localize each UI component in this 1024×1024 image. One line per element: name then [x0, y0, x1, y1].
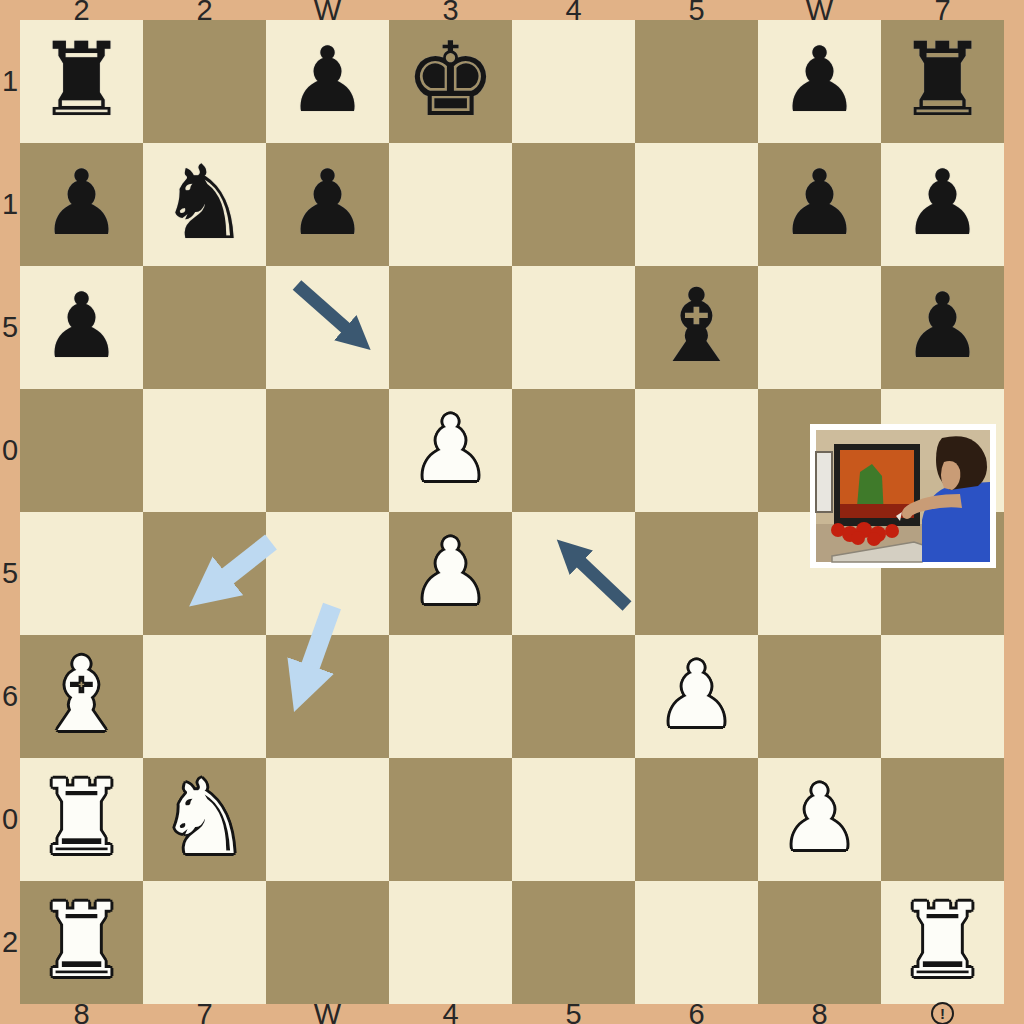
- square-r3c2[interactable]: [143, 266, 266, 389]
- bottom-label-4: 4: [389, 1002, 512, 1024]
- bottom-label-7: 8: [758, 1002, 881, 1024]
- white-rook-piece: ♜: [36, 890, 127, 992]
- square-r5c4[interactable]: ♟: [389, 512, 512, 635]
- white-pawn-piece: ♟: [656, 650, 737, 740]
- bottom-label-6: 6: [635, 1002, 758, 1024]
- square-r8c2[interactable]: [143, 881, 266, 1004]
- bottom-label-8: !: [881, 1002, 1004, 1024]
- square-r5c3[interactable]: [266, 512, 389, 635]
- square-r3c8[interactable]: ♟: [881, 266, 1004, 389]
- square-r7c4[interactable]: [389, 758, 512, 881]
- top-label-7: W: [758, 0, 881, 20]
- square-r4c8[interactable]: [881, 389, 1004, 512]
- square-r5c2[interactable]: [143, 512, 266, 635]
- left-coordinate-labels: 11505602: [0, 20, 20, 1004]
- square-r6c2[interactable]: [143, 635, 266, 758]
- square-r3c6[interactable]: ♝: [635, 266, 758, 389]
- square-r4c2[interactable]: [143, 389, 266, 512]
- black-pawn-piece: ♟: [779, 158, 860, 248]
- square-r4c7[interactable]: [758, 389, 881, 512]
- square-r2c3[interactable]: ♟: [266, 143, 389, 266]
- bottom-coordinate-labels: 87W4568!: [20, 1002, 1004, 1022]
- white-rook-piece: ♜: [36, 767, 127, 869]
- square-r8c1[interactable]: ♜: [20, 881, 143, 1004]
- square-r7c6[interactable]: [635, 758, 758, 881]
- square-r8c3[interactable]: [266, 881, 389, 1004]
- square-r1c4[interactable]: ♚: [389, 20, 512, 143]
- circled-exclamation-label: !: [931, 1002, 954, 1024]
- bottom-label-1: 8: [20, 1002, 143, 1024]
- black-bishop-piece: ♝: [651, 275, 742, 377]
- square-r1c7[interactable]: ♟: [758, 20, 881, 143]
- top-label-4: 3: [389, 0, 512, 20]
- square-r8c7[interactable]: [758, 881, 881, 1004]
- square-r1c3[interactable]: ♟: [266, 20, 389, 143]
- square-r6c1[interactable]: ♝: [20, 635, 143, 758]
- left-label-8: 2: [0, 881, 20, 1004]
- black-pawn-piece: ♟: [287, 35, 368, 125]
- black-pawn-piece: ♟: [779, 35, 860, 125]
- square-r1c8[interactable]: ♜: [881, 20, 1004, 143]
- black-pawn-piece: ♟: [41, 158, 122, 248]
- square-r6c7[interactable]: [758, 635, 881, 758]
- square-r3c1[interactable]: ♟: [20, 266, 143, 389]
- square-r7c1[interactable]: ♜: [20, 758, 143, 881]
- white-pawn-piece: ♟: [779, 773, 860, 863]
- left-label-5: 5: [0, 512, 20, 635]
- top-label-8: 7: [881, 0, 1004, 20]
- square-r2c6[interactable]: [635, 143, 758, 266]
- white-knight-piece: ♞: [159, 767, 250, 869]
- black-pawn-piece: ♟: [902, 158, 983, 248]
- square-r1c2[interactable]: [143, 20, 266, 143]
- square-r2c8[interactable]: ♟: [881, 143, 1004, 266]
- square-r2c4[interactable]: [389, 143, 512, 266]
- black-pawn-piece: ♟: [287, 158, 368, 248]
- white-pawn-piece: ♟: [410, 404, 491, 494]
- top-label-3: W: [266, 0, 389, 20]
- top-label-6: 5: [635, 0, 758, 20]
- square-r6c4[interactable]: [389, 635, 512, 758]
- square-r4c1[interactable]: [20, 389, 143, 512]
- black-rook-piece: ♜: [897, 29, 988, 131]
- square-r8c4[interactable]: [389, 881, 512, 1004]
- square-r7c5[interactable]: [512, 758, 635, 881]
- square-r3c7[interactable]: [758, 266, 881, 389]
- left-label-2: 1: [0, 143, 20, 266]
- square-r4c4[interactable]: ♟: [389, 389, 512, 512]
- square-r7c7[interactable]: ♟: [758, 758, 881, 881]
- square-r2c2[interactable]: ♞: [143, 143, 266, 266]
- black-pawn-piece: ♟: [41, 281, 122, 371]
- square-r2c1[interactable]: ♟: [20, 143, 143, 266]
- square-r5c5[interactable]: [512, 512, 635, 635]
- top-label-1: 2: [20, 0, 143, 20]
- square-r5c7[interactable]: [758, 512, 881, 635]
- square-r4c3[interactable]: [266, 389, 389, 512]
- white-pawn-piece: ♟: [410, 527, 491, 617]
- square-r2c5[interactable]: [512, 143, 635, 266]
- black-king-piece: ♚: [405, 29, 496, 131]
- left-label-4: 0: [0, 389, 20, 512]
- square-r5c8[interactable]: [881, 512, 1004, 635]
- square-r8c5[interactable]: [512, 881, 635, 1004]
- black-rook-piece: ♜: [36, 29, 127, 131]
- left-label-1: 1: [0, 20, 20, 143]
- square-r3c5[interactable]: [512, 266, 635, 389]
- top-label-2: 2: [143, 0, 266, 20]
- square-r7c3[interactable]: [266, 758, 389, 881]
- left-label-6: 6: [0, 635, 20, 758]
- black-pawn-piece: ♟: [902, 281, 983, 371]
- square-r8c8[interactable]: ♜: [881, 881, 1004, 1004]
- square-r3c4[interactable]: [389, 266, 512, 389]
- left-label-3: 5: [0, 266, 20, 389]
- square-r1c6[interactable]: [635, 20, 758, 143]
- square-r3c3[interactable]: [266, 266, 389, 389]
- square-r4c5[interactable]: [512, 389, 635, 512]
- square-r7c8[interactable]: [881, 758, 1004, 881]
- left-label-7: 0: [0, 758, 20, 881]
- square-r6c3[interactable]: [266, 635, 389, 758]
- white-bishop-piece: ♝: [36, 644, 127, 746]
- chess-board: ♜♟♚♟♜♟♞♟♟♟♟♝♟♟♟♝♟♜♞♟♜♜: [20, 20, 1004, 1004]
- square-r5c1[interactable]: [20, 512, 143, 635]
- bottom-label-3: W: [266, 1002, 389, 1024]
- top-coordinate-labels: 22W345W7: [20, 0, 1004, 20]
- square-r4c6[interactable]: [635, 389, 758, 512]
- square-r7c2[interactable]: ♞: [143, 758, 266, 881]
- square-r5c6[interactable]: [635, 512, 758, 635]
- black-knight-piece: ♞: [159, 152, 250, 254]
- top-label-5: 4: [512, 0, 635, 20]
- square-r1c5[interactable]: [512, 20, 635, 143]
- square-r2c7[interactable]: ♟: [758, 143, 881, 266]
- square-r6c5[interactable]: [512, 635, 635, 758]
- bottom-label-2: 7: [143, 1002, 266, 1024]
- square-r8c6[interactable]: [635, 881, 758, 1004]
- square-r1c1[interactable]: ♜: [20, 20, 143, 143]
- square-r6c8[interactable]: [881, 635, 1004, 758]
- square-r6c6[interactable]: ♟: [635, 635, 758, 758]
- bottom-label-5: 5: [512, 1002, 635, 1024]
- white-rook-piece: ♜: [897, 890, 988, 992]
